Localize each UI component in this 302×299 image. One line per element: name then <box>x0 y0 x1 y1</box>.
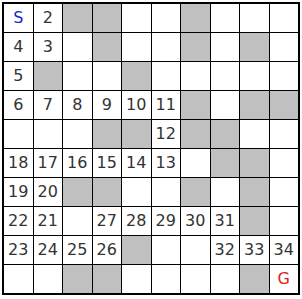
blocked-cell <box>240 207 269 235</box>
empty-cell[interactable] <box>270 178 299 206</box>
number-cell[interactable]: 18 <box>4 149 33 177</box>
number-cell[interactable]: 22 <box>4 207 33 235</box>
empty-cell[interactable] <box>152 33 181 61</box>
number-cell[interactable]: 10 <box>122 91 151 119</box>
start-cell[interactable]: S <box>4 4 33 32</box>
blocked-cell <box>211 149 240 177</box>
number-cell[interactable]: 25 <box>63 236 92 264</box>
empty-cell[interactable] <box>211 178 240 206</box>
empty-cell[interactable] <box>122 265 151 293</box>
number-cell[interactable]: 24 <box>34 236 63 264</box>
blocked-cell <box>240 265 269 293</box>
number-cell[interactable]: 34 <box>270 236 299 264</box>
number-cell[interactable]: 26 <box>93 236 122 264</box>
empty-cell[interactable] <box>93 62 122 90</box>
empty-cell[interactable] <box>181 265 210 293</box>
empty-cell[interactable] <box>211 33 240 61</box>
empty-cell[interactable] <box>270 33 299 61</box>
number-cell[interactable]: 12 <box>152 120 181 148</box>
blocked-cell <box>181 33 210 61</box>
empty-cell[interactable] <box>34 265 63 293</box>
empty-cell[interactable] <box>240 4 269 32</box>
empty-cell[interactable] <box>152 178 181 206</box>
blocked-cell <box>181 178 210 206</box>
blocked-cell <box>93 33 122 61</box>
empty-cell[interactable] <box>122 33 151 61</box>
number-cell[interactable]: 2 <box>34 4 63 32</box>
number-cell[interactable]: 15 <box>93 149 122 177</box>
blocked-cell <box>93 265 122 293</box>
blocked-cell <box>240 33 269 61</box>
number-cell[interactable]: 28 <box>122 207 151 235</box>
number-cell[interactable]: 32 <box>211 236 240 264</box>
number-cell[interactable]: 16 <box>63 149 92 177</box>
number-cell[interactable]: 19 <box>4 178 33 206</box>
number-cell[interactable]: 31 <box>211 207 240 235</box>
blocked-cell <box>211 120 240 148</box>
empty-cell[interactable] <box>152 265 181 293</box>
empty-cell[interactable] <box>240 120 269 148</box>
empty-cell[interactable] <box>152 4 181 32</box>
blocked-cell <box>122 62 151 90</box>
empty-cell[interactable] <box>122 4 151 32</box>
goal-cell[interactable]: G <box>270 265 299 293</box>
empty-cell[interactable] <box>270 62 299 90</box>
blocked-cell <box>93 178 122 206</box>
number-cell[interactable]: 7 <box>34 91 63 119</box>
blocked-cell <box>63 178 92 206</box>
number-cell[interactable]: 9 <box>93 91 122 119</box>
empty-cell[interactable] <box>181 149 210 177</box>
empty-cell[interactable] <box>34 120 63 148</box>
empty-cell[interactable] <box>211 265 240 293</box>
blocked-cell <box>181 120 210 148</box>
number-cell[interactable]: 3 <box>34 33 63 61</box>
number-cell[interactable]: 20 <box>34 178 63 206</box>
empty-cell[interactable] <box>270 207 299 235</box>
number-cell[interactable]: 23 <box>4 236 33 264</box>
empty-cell[interactable] <box>4 120 33 148</box>
empty-cell[interactable] <box>122 178 151 206</box>
blocked-cell <box>122 236 151 264</box>
empty-cell[interactable] <box>270 120 299 148</box>
empty-cell[interactable] <box>211 4 240 32</box>
empty-cell[interactable] <box>63 62 92 90</box>
number-cell[interactable]: 4 <box>4 33 33 61</box>
blocked-cell <box>240 149 269 177</box>
number-cell[interactable]: 8 <box>63 91 92 119</box>
number-cell[interactable]: 30 <box>181 207 210 235</box>
blocked-cell <box>34 62 63 90</box>
number-cell[interactable]: 17 <box>34 149 63 177</box>
number-cell[interactable]: 33 <box>240 236 269 264</box>
number-cell[interactable]: 13 <box>152 149 181 177</box>
blocked-cell <box>63 265 92 293</box>
empty-cell[interactable] <box>152 62 181 90</box>
number-cell[interactable]: 21 <box>34 207 63 235</box>
number-cell[interactable]: 27 <box>93 207 122 235</box>
empty-cell[interactable] <box>211 91 240 119</box>
blocked-cell <box>122 120 151 148</box>
blocked-cell <box>270 91 299 119</box>
empty-cell[interactable] <box>63 207 92 235</box>
empty-cell[interactable] <box>270 4 299 32</box>
number-cell[interactable]: 14 <box>122 149 151 177</box>
blocked-cell <box>240 178 269 206</box>
blocked-cell <box>63 4 92 32</box>
empty-cell[interactable] <box>181 236 210 264</box>
empty-cell[interactable] <box>63 33 92 61</box>
empty-cell[interactable] <box>63 120 92 148</box>
blocked-cell <box>181 91 210 119</box>
number-cell[interactable]: 29 <box>152 207 181 235</box>
blocked-cell <box>181 4 210 32</box>
empty-cell[interactable] <box>270 149 299 177</box>
blocked-cell <box>93 120 122 148</box>
empty-cell[interactable] <box>211 62 240 90</box>
puzzle-board: S243567891011121817161514131920222127282… <box>2 2 300 295</box>
number-cell[interactable]: 6 <box>4 91 33 119</box>
empty-cell[interactable] <box>152 236 181 264</box>
empty-cell[interactable] <box>181 62 210 90</box>
empty-cell[interactable] <box>4 265 33 293</box>
blocked-cell <box>240 91 269 119</box>
blocked-cell <box>93 4 122 32</box>
number-cell[interactable]: 11 <box>152 91 181 119</box>
number-cell[interactable]: 5 <box>4 62 33 90</box>
empty-cell[interactable] <box>240 62 269 90</box>
